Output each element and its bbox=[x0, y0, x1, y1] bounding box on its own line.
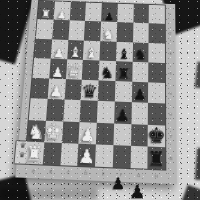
square[interactable] bbox=[148, 82, 165, 103]
file-label: C bbox=[59, 165, 77, 180]
square[interactable] bbox=[29, 98, 48, 120]
square[interactable] bbox=[116, 22, 133, 42]
rank-label: 5 bbox=[165, 83, 176, 104]
square[interactable] bbox=[31, 78, 49, 99]
board-grid: ♜♟♟♞♟♝♝♝♞♟♛♞♜♟♛♟♟♞♚♟♚♜♟♜ bbox=[25, 1, 165, 170]
square[interactable] bbox=[131, 124, 149, 147]
rank-label: 8 bbox=[165, 147, 177, 170]
black-pawn: ♟ bbox=[115, 107, 130, 124]
file-label: A bbox=[24, 164, 43, 179]
black-king: ♚ bbox=[147, 125, 166, 147]
square[interactable] bbox=[148, 103, 165, 125]
square[interactable] bbox=[148, 62, 165, 83]
square[interactable]: ♝ bbox=[83, 40, 100, 60]
square[interactable]: ♟ bbox=[79, 122, 97, 145]
square[interactable] bbox=[32, 58, 50, 79]
square[interactable]: ♜ bbox=[115, 61, 132, 82]
white-knight: ♞ bbox=[27, 122, 46, 142]
square[interactable] bbox=[82, 60, 99, 81]
square[interactable]: ♟ bbox=[101, 3, 118, 22]
square[interactable] bbox=[85, 3, 102, 22]
square[interactable]: ♜ bbox=[25, 141, 44, 164]
square[interactable] bbox=[98, 80, 115, 101]
square[interactable] bbox=[63, 100, 81, 122]
square[interactable]: ♛ bbox=[81, 80, 99, 101]
white-knight: ♞ bbox=[102, 28, 115, 42]
square[interactable]: ♟ bbox=[114, 102, 131, 124]
square[interactable]: ♜ bbox=[37, 1, 54, 20]
square[interactable] bbox=[60, 143, 79, 166]
square[interactable]: ♟ bbox=[47, 78, 65, 99]
square[interactable] bbox=[149, 43, 165, 63]
white-pawn: ♟ bbox=[56, 10, 66, 20]
rank-label: 7 bbox=[165, 125, 176, 147]
square[interactable] bbox=[84, 21, 101, 41]
white-queen: ♛ bbox=[66, 63, 82, 80]
black-pawn: ♟ bbox=[133, 88, 147, 103]
square[interactable] bbox=[149, 5, 165, 24]
square[interactable] bbox=[117, 4, 133, 23]
square[interactable]: ♟ bbox=[49, 58, 67, 79]
square[interactable] bbox=[36, 19, 54, 39]
black-rook: ♜ bbox=[147, 149, 165, 170]
black-knight: ♞ bbox=[100, 65, 115, 81]
square[interactable]: ♝ bbox=[67, 40, 84, 60]
white-rook: ♜ bbox=[25, 144, 44, 165]
square[interactable] bbox=[52, 20, 69, 40]
square[interactable] bbox=[133, 23, 149, 43]
rank-label: 1 bbox=[165, 5, 176, 24]
square[interactable] bbox=[113, 145, 131, 168]
background-edge-right-upper bbox=[195, 62, 200, 89]
square[interactable] bbox=[133, 4, 149, 23]
square[interactable] bbox=[95, 144, 113, 167]
square[interactable] bbox=[61, 121, 79, 144]
square[interactable] bbox=[80, 100, 98, 122]
square[interactable] bbox=[131, 102, 148, 124]
white-rook: ♜ bbox=[40, 8, 51, 19]
white-bishop: ♝ bbox=[68, 45, 82, 59]
rank-label: 6 bbox=[165, 104, 176, 126]
square[interactable]: ♟ bbox=[131, 82, 148, 103]
square[interactable] bbox=[97, 101, 115, 123]
square[interactable]: ♛ bbox=[65, 59, 83, 80]
white-king: ♚ bbox=[43, 121, 63, 143]
rank-labels: 12345678 bbox=[165, 5, 177, 170]
square[interactable] bbox=[99, 41, 116, 61]
black-knight: ♞ bbox=[134, 48, 147, 62]
square[interactable] bbox=[46, 99, 64, 121]
photo-scene: CHESS ♛ ♛ ♜♟♟♞♟♝♝♝♞♟♛♞♜♟♛♟♟♞♚♟♚♜♟♜ ABCDE… bbox=[0, 0, 200, 200]
square[interactable]: ♞ bbox=[132, 42, 149, 62]
file-label: D bbox=[77, 166, 95, 181]
square[interactable]: ♞ bbox=[100, 22, 117, 42]
square[interactable]: ♞ bbox=[27, 120, 46, 142]
white-pawn: ♟ bbox=[79, 126, 95, 144]
white-pawn: ♟ bbox=[51, 65, 64, 79]
square[interactable]: ♟ bbox=[50, 39, 68, 59]
square[interactable]: ♝ bbox=[116, 41, 133, 61]
square[interactable] bbox=[149, 23, 165, 43]
square[interactable] bbox=[34, 38, 52, 58]
chess-board: CHESS ♛ ♛ ♜♟♟♞♟♝♝♝♞♟♛♞♜♟♛♟♟♞♚♟♚♜♟♜ ABCDE… bbox=[15, 0, 177, 184]
black-pawn: ♟ bbox=[104, 12, 114, 22]
square[interactable]: ♟ bbox=[53, 1, 70, 20]
square[interactable]: ♚ bbox=[148, 124, 165, 147]
square[interactable]: ♜ bbox=[148, 146, 166, 169]
white-bishop: ♝ bbox=[85, 46, 99, 60]
rank-label: 3 bbox=[165, 43, 176, 63]
square[interactable] bbox=[42, 142, 61, 165]
rank-label: 4 bbox=[165, 63, 176, 84]
white-pawn: ♟ bbox=[49, 85, 63, 100]
captured-black-pawn: ♟ bbox=[111, 176, 125, 200]
rank-label: 2 bbox=[165, 24, 176, 44]
square[interactable] bbox=[113, 123, 131, 146]
square[interactable] bbox=[130, 146, 148, 169]
square[interactable] bbox=[69, 2, 86, 21]
square[interactable] bbox=[96, 122, 114, 145]
square[interactable] bbox=[132, 62, 149, 83]
file-label: E bbox=[94, 167, 112, 182]
background-corner-bottom-right bbox=[182, 185, 200, 200]
captured-pieces-tray: ♟♟ bbox=[111, 176, 145, 200]
black-queen: ♛ bbox=[81, 82, 98, 101]
square[interactable] bbox=[115, 81, 132, 102]
white-pawn: ♟ bbox=[53, 47, 65, 59]
black-bishop: ♝ bbox=[117, 47, 130, 61]
white-pawn: ♟ bbox=[78, 147, 96, 167]
file-label: H bbox=[148, 169, 166, 184]
square[interactable] bbox=[68, 21, 85, 41]
background-edge-right-lower bbox=[195, 148, 200, 181]
square[interactable] bbox=[64, 79, 82, 100]
square[interactable]: ♟ bbox=[77, 143, 95, 166]
black-rook: ♜ bbox=[117, 67, 131, 82]
square[interactable]: ♞ bbox=[99, 60, 116, 81]
file-label: B bbox=[41, 164, 60, 179]
board-shadow bbox=[0, 188, 98, 200]
captured-black-pawn: ♟ bbox=[129, 183, 145, 200]
square[interactable]: ♚ bbox=[44, 120, 63, 142]
